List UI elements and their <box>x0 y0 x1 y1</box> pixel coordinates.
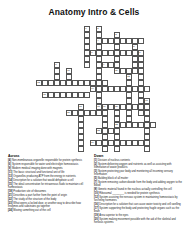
cell-number: 21 <box>67 111 69 113</box>
cell-number: 6 <box>91 51 92 53</box>
cell-number: 24 <box>91 141 93 143</box>
clue-item: [3] System protecting your body and moni… <box>94 170 182 176</box>
grid-cell[interactable] <box>84 62 90 68</box>
cell-number: 3 <box>115 33 116 35</box>
cell-number: 5 <box>133 45 134 47</box>
clue-item: [11] The basic structural and functional… <box>8 171 90 174</box>
cell-number: 2 <box>97 27 98 29</box>
empty-space <box>150 146 156 152</box>
crossword-grid[interactable]: 123456789101112131415161718192021222324 <box>36 26 156 152</box>
clue-item: [16] Description for a solution that can… <box>94 203 182 206</box>
cell-number: 7 <box>139 51 140 53</box>
clue-item: [21] Describes a part further from the p… <box>8 194 90 197</box>
puzzle-title: Anatomy Intro & Cells <box>0 7 188 17</box>
cell-number: 13 <box>37 81 39 83</box>
grid-cell[interactable] <box>114 146 120 152</box>
clue-item: [14] Description for a solution that wou… <box>8 179 90 182</box>
cell-number: 11 <box>115 69 117 71</box>
cell-number: 1 <box>85 27 86 29</box>
down-clues-section: Down [1] Division of nucleus contents[2]… <box>94 154 182 225</box>
cell-number: 10 <box>67 69 69 71</box>
clue-item: [6] System responsible for water and ele… <box>8 163 90 166</box>
cell-number: 15 <box>43 93 45 95</box>
clue-item: [23] What opens a locked door, or anothe… <box>8 202 90 208</box>
cell-number: 12 <box>127 75 129 77</box>
grid-cell[interactable] <box>102 146 108 152</box>
clue-item: [8] Genetic material found in the nucleu… <box>94 188 182 191</box>
across-heading: Across <box>8 154 90 158</box>
cell-number: 22 <box>115 123 117 125</box>
cell-number: 23 <box>97 129 99 131</box>
cell-number: 17 <box>79 105 81 107</box>
down-clue-list: [1] Division of nucleus contents[2] Syst… <box>94 159 182 224</box>
across-clue-list: [4] Non-membranous organelle responsible… <box>8 159 90 211</box>
cell-number: 20 <box>115 105 117 107</box>
clue-item: [24] Moving something out of the cell <box>8 209 90 212</box>
grid-cell[interactable] <box>138 38 144 44</box>
clue-item: [5] Building block of all matter <box>94 177 182 180</box>
down-heading: Down <box>94 154 182 158</box>
clue-item: [4] Non-membranous organelle responsible… <box>8 159 90 162</box>
clue-item: [13] Organelles producing ATP from the e… <box>8 175 90 178</box>
grid-cell[interactable] <box>144 146 150 152</box>
clue-item: [12] System assisting the nervous system… <box>94 196 182 202</box>
grid-cell[interactable] <box>84 92 90 98</box>
clue-item: [19] Area superior to the eyes <box>94 214 182 217</box>
cell-number: 19 <box>103 105 105 107</box>
clue-item: [9] Modern medical imaging done with mag… <box>8 167 90 170</box>
cell-number: 14 <box>91 87 93 89</box>
cell-number: 16 <box>145 99 147 101</box>
cell-number: 18 <box>97 105 99 107</box>
cell-number: 9 <box>103 63 104 65</box>
clue-item: [18] Production site of ribosomes <box>8 190 90 193</box>
grid-cell[interactable] <box>150 122 156 128</box>
clue-item: [15] The ideal concentration for intrave… <box>8 183 90 189</box>
clue-item: [10] Ribosomal ________ is needed for pr… <box>94 192 182 195</box>
clue-item: [17] System supporting the body and prot… <box>94 207 182 213</box>
clue-item: [2] System delivering oxygen and nutrien… <box>94 163 182 169</box>
grid-cell[interactable] <box>144 86 150 92</box>
cell-number: 4 <box>97 39 98 41</box>
across-clues-section: Across [4] Non-membranous organelle resp… <box>8 154 90 213</box>
clue-item: [1] Division of nucleus contents <box>94 159 182 162</box>
cell-number: 8 <box>55 63 56 65</box>
clue-item: [20] System making movement possible wit… <box>94 218 182 224</box>
grid-cell[interactable] <box>78 146 84 152</box>
clue-item: [7] System removing carbon dioxide from … <box>94 181 182 187</box>
clue-item: [22] The study of the structure of the b… <box>8 198 90 201</box>
